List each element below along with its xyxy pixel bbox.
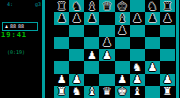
black-pawn[interactable]: ♟ (87, 13, 97, 24)
square-b8[interactable]: ♞ (69, 0, 84, 12)
black-pawn[interactable]: ♟ (117, 25, 127, 36)
square-g7[interactable]: ♟ (145, 12, 160, 24)
square-e8[interactable]: ♚ (115, 0, 130, 12)
white-pawn[interactable]: ♟ (72, 74, 82, 85)
white-bishop[interactable]: ♝ (87, 86, 97, 97)
black-bishop[interactable]: ♝ (87, 1, 97, 12)
secondary-clock: (0:19) (7, 49, 25, 55)
square-c4[interactable]: ♟ (84, 49, 99, 61)
square-c5[interactable] (84, 37, 99, 49)
square-c3[interactable] (84, 61, 99, 73)
white-pawn[interactable]: ♟ (163, 74, 173, 85)
black-knight[interactable]: ♞ (147, 1, 157, 12)
square-b7[interactable]: ♟ (69, 12, 84, 24)
info-digits-a: 88 (10, 24, 16, 29)
square-h3[interactable] (160, 61, 175, 73)
white-pawn[interactable]: ♟ (102, 50, 112, 61)
square-d3[interactable] (99, 61, 114, 73)
black-bishop[interactable]: ♝ (117, 13, 127, 24)
chess-board[interactable]: ♜♞♝♛♚♞♜♟♟♟♝♟♟♟♟♟♟♟♞♟♟♟♟♟♟♜♞♝♛♚♝♜ (54, 0, 175, 98)
black-pawn[interactable]: ♟ (72, 13, 82, 24)
black-pawn[interactable]: ♟ (147, 13, 157, 24)
square-b4[interactable] (69, 49, 84, 61)
square-h1[interactable]: ♜ (160, 86, 175, 98)
square-a5[interactable] (54, 37, 69, 49)
black-rook[interactable]: ♜ (163, 1, 173, 12)
capture-clock-box: ♟ 88 88 (2, 22, 38, 31)
square-d8[interactable]: ♛ (99, 0, 114, 12)
square-d1[interactable]: ♛ (99, 86, 114, 98)
square-e2[interactable]: ♟ (115, 74, 130, 86)
white-pawn[interactable]: ♟ (132, 74, 142, 85)
white-knight[interactable]: ♞ (72, 86, 82, 97)
square-h6[interactable] (160, 25, 175, 37)
move-number-label: 4: (7, 1, 13, 7)
square-b3[interactable] (69, 61, 84, 73)
square-h5[interactable] (160, 37, 175, 49)
white-king[interactable]: ♚ (117, 86, 127, 97)
info-digits-b: 88 (18, 24, 24, 29)
black-king[interactable]: ♚ (117, 1, 127, 12)
square-f6[interactable] (130, 25, 145, 37)
square-b2[interactable]: ♟ (69, 74, 84, 86)
square-e3[interactable] (115, 61, 130, 73)
info-panel: 4: g3 ♟ 88 88 19:41 (0:19) (0, 0, 42, 98)
square-f7[interactable]: ♟ (130, 12, 145, 24)
pawn-icon: ♟ (5, 24, 8, 29)
white-pawn[interactable]: ♟ (117, 74, 127, 85)
square-c6[interactable] (84, 25, 99, 37)
square-a2[interactable]: ♟ (54, 74, 69, 86)
chess-app-screen: 4: g3 ♟ 88 88 19:41 (0:19) ♜♞♝♛♚♞♜♟♟♟♝♟♟… (0, 0, 180, 98)
black-pawn[interactable]: ♟ (132, 13, 142, 24)
white-rook[interactable]: ♜ (163, 86, 173, 97)
square-f3[interactable]: ♞ (130, 61, 145, 73)
square-b5[interactable] (69, 37, 84, 49)
square-g3[interactable]: ♟ (145, 61, 160, 73)
square-c1[interactable]: ♝ (84, 86, 99, 98)
square-e5[interactable] (115, 37, 130, 49)
square-f1[interactable]: ♝ (130, 86, 145, 98)
square-g8[interactable]: ♞ (145, 0, 160, 12)
square-g2[interactable] (145, 74, 160, 86)
square-d5[interactable]: ♟ (99, 37, 114, 49)
board-frame-left (42, 0, 45, 98)
square-f2[interactable]: ♟ (130, 74, 145, 86)
square-e1[interactable]: ♚ (115, 86, 130, 98)
white-queen[interactable]: ♛ (102, 86, 112, 97)
square-f4[interactable] (130, 49, 145, 61)
square-g1[interactable] (145, 86, 160, 98)
black-knight[interactable]: ♞ (72, 1, 82, 12)
black-rook[interactable]: ♜ (57, 1, 67, 12)
square-d6[interactable] (99, 25, 114, 37)
square-g5[interactable] (145, 37, 160, 49)
square-h4[interactable] (160, 49, 175, 61)
square-b6[interactable] (69, 25, 84, 37)
square-a4[interactable] (54, 49, 69, 61)
last-move-label: g3 (35, 1, 41, 7)
square-h2[interactable]: ♟ (160, 74, 175, 86)
board-frame-right (176, 0, 179, 98)
white-pawn[interactable]: ♟ (87, 50, 97, 61)
white-bishop[interactable]: ♝ (132, 86, 142, 97)
black-pawn[interactable]: ♟ (102, 37, 112, 48)
black-pawn[interactable]: ♟ (57, 13, 67, 24)
square-a8[interactable]: ♜ (54, 0, 69, 12)
square-e7[interactable]: ♝ (115, 12, 130, 24)
square-c7[interactable]: ♟ (84, 12, 99, 24)
white-rook[interactable]: ♜ (57, 86, 67, 97)
square-f5[interactable] (130, 37, 145, 49)
square-h8[interactable]: ♜ (160, 0, 175, 12)
square-b1[interactable]: ♞ (69, 86, 84, 98)
square-a3[interactable] (54, 61, 69, 73)
square-a7[interactable]: ♟ (54, 12, 69, 24)
square-c2[interactable] (84, 74, 99, 86)
square-f8[interactable] (130, 0, 145, 12)
square-d2[interactable] (99, 74, 114, 86)
status-line: 4: g3 (7, 1, 41, 7)
square-a1[interactable]: ♜ (54, 86, 69, 98)
square-a6[interactable] (54, 25, 69, 37)
white-pawn[interactable]: ♟ (57, 74, 67, 85)
black-queen[interactable]: ♛ (102, 1, 112, 12)
main-clock: 19:41 (1, 32, 27, 39)
square-e6[interactable]: ♟ (115, 25, 130, 37)
square-g6[interactable] (145, 25, 160, 37)
square-e4[interactable] (115, 49, 130, 61)
square-g4[interactable] (145, 49, 160, 61)
square-h7[interactable]: ♟ (160, 12, 175, 24)
square-d4[interactable]: ♟ (99, 49, 114, 61)
white-knight[interactable]: ♞ (132, 62, 142, 73)
white-pawn[interactable]: ♟ (147, 62, 157, 73)
square-d7[interactable] (99, 12, 114, 24)
black-pawn[interactable]: ♟ (163, 13, 173, 24)
square-c8[interactable]: ♝ (84, 0, 99, 12)
